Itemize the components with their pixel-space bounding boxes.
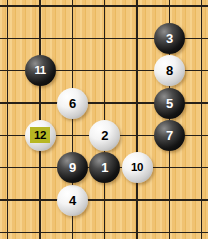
stone-white-6: 6	[57, 88, 88, 119]
stone-black-1: 1	[89, 152, 120, 183]
move-number: 6	[69, 97, 76, 110]
stone-black-5: 5	[154, 88, 185, 119]
last-move-highlight: 12	[30, 127, 50, 143]
go-board[interactable]: 123456789101112	[0, 0, 208, 239]
grid-line-vertical	[7, 0, 9, 239]
stone-white-12: 12	[25, 120, 56, 151]
stone-white-2: 2	[89, 120, 120, 151]
move-number: 8	[166, 64, 173, 77]
stone-black-7: 7	[154, 120, 185, 151]
move-number: 3	[166, 32, 173, 45]
move-number: 5	[166, 97, 173, 110]
move-number: 11	[34, 65, 45, 77]
move-number: 2	[101, 129, 108, 142]
grid-line-horizontal	[0, 232, 208, 234]
move-number: 9	[69, 161, 76, 174]
grid-line-vertical	[201, 0, 203, 239]
grid-line-horizontal	[0, 5, 208, 7]
stone-black-11: 11	[25, 55, 56, 86]
grid-line-vertical	[136, 0, 138, 239]
stone-white-10: 10	[122, 152, 153, 183]
move-number: 1	[101, 161, 108, 174]
move-number: 7	[166, 129, 173, 142]
grid-line-horizontal	[0, 199, 208, 201]
move-number: 10	[131, 162, 143, 174]
move-number: 4	[69, 194, 76, 207]
stone-black-9: 9	[57, 152, 88, 183]
stone-white-4: 4	[57, 185, 88, 216]
stone-black-3: 3	[154, 23, 185, 54]
stone-white-8: 8	[154, 55, 185, 86]
